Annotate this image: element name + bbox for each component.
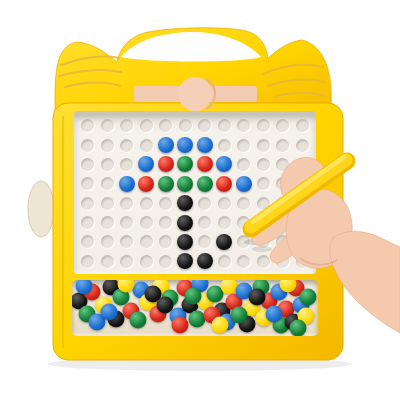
hand-and-pen [0, 0, 400, 400]
blue-bead [236, 176, 252, 192]
wrist-arm [330, 231, 400, 333]
red-bead [138, 176, 154, 192]
blue-bead [158, 137, 174, 153]
black-bead [177, 215, 193, 231]
blue-bead [197, 137, 213, 153]
green-bead [158, 176, 174, 192]
red-bead [216, 176, 232, 192]
green-bead [177, 176, 193, 192]
finger-shadow [252, 246, 272, 252]
black-bead [197, 253, 213, 269]
blue-bead [119, 176, 135, 192]
product-photo [0, 0, 400, 400]
green-bead [197, 176, 213, 192]
